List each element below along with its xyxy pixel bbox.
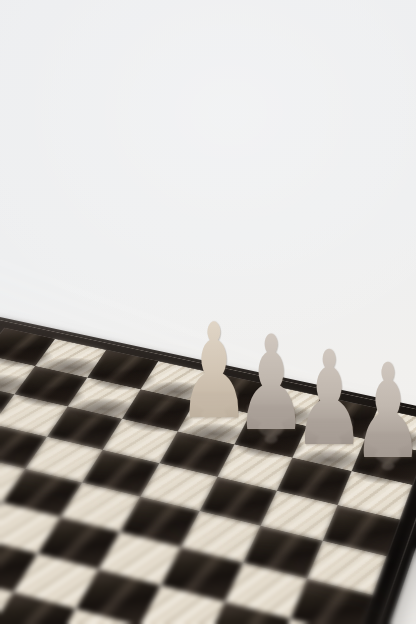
square-e1 <box>195 373 266 414</box>
square-e7 <box>76 569 161 624</box>
square-f1 <box>250 384 321 426</box>
square-f3 <box>218 444 293 490</box>
square-f4 <box>200 477 277 526</box>
square-d5 <box>60 483 140 532</box>
square-c7 <box>0 538 38 592</box>
square-c2 <box>68 378 141 419</box>
square-c1 <box>87 350 158 389</box>
square-h3 <box>338 471 413 519</box>
square-a2 <box>0 355 35 395</box>
square-g7 <box>205 602 290 624</box>
square-h7 <box>273 619 358 624</box>
square-g6 <box>225 563 307 619</box>
square-e8 <box>52 609 140 624</box>
square-a1 <box>0 328 55 366</box>
square-c4 <box>25 437 102 483</box>
square-h1 <box>365 409 416 453</box>
square-e5 <box>120 497 200 548</box>
square-f5 <box>181 511 261 563</box>
square-g3 <box>277 458 352 505</box>
square-g1 <box>307 396 378 439</box>
chess-board-3d <box>0 316 416 624</box>
board-frame <box>0 316 416 624</box>
square-f6 <box>161 547 243 602</box>
square-b3 <box>0 394 68 437</box>
square-h5 <box>307 541 386 595</box>
square-g4 <box>261 491 338 541</box>
square-h2 <box>352 439 416 485</box>
square-d8 <box>0 592 76 624</box>
square-c5 <box>2 469 82 517</box>
square-d2 <box>122 389 195 431</box>
square-b5 <box>0 455 25 502</box>
square-e6 <box>99 532 181 585</box>
square-e3 <box>159 431 234 476</box>
square-g5 <box>243 526 323 579</box>
board-grid <box>0 328 416 624</box>
square-f7 <box>140 585 225 624</box>
square-h4 <box>323 505 400 556</box>
square-g2 <box>292 426 365 471</box>
square-d4 <box>82 450 159 497</box>
square-e4 <box>140 463 217 511</box>
square-b4 <box>0 424 47 469</box>
square-c6 <box>0 503 60 554</box>
square-d6 <box>38 517 120 569</box>
square-b2 <box>14 366 87 406</box>
square-b6 <box>0 488 2 538</box>
square-d1 <box>141 361 212 401</box>
square-f2 <box>234 414 307 458</box>
square-c8 <box>0 576 13 624</box>
square-d3 <box>103 419 178 463</box>
square-e2 <box>178 401 251 444</box>
square-h6 <box>290 579 372 624</box>
square-b1 <box>35 339 106 377</box>
square-d7 <box>13 554 98 609</box>
chess-set-photo: ♜♜♞♞♝♝♟♟♛♛♟♟♚♚♟♟♝♝♟♟♞♞♟♟♜♜♟♟♟♟♟♟ <box>0 0 416 624</box>
square-c3 <box>47 406 122 449</box>
square-a3 <box>0 382 14 424</box>
